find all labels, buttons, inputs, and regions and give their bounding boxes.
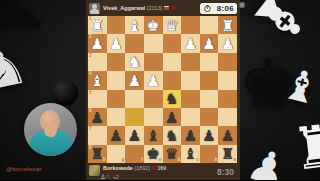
- white-rook-piece[interactable]: ♜: [221, 17, 234, 32]
- square-c3[interactable]: [181, 53, 200, 71]
- square-g2[interactable]: ♟: [107, 34, 126, 52]
- rank-label: 3: [89, 54, 92, 59]
- square-c2[interactable]: ♟: [181, 34, 200, 52]
- white-pawn-piece[interactable]: ♟: [128, 72, 141, 87]
- square-b7[interactable]: ♟: [200, 126, 219, 144]
- square-d2[interactable]: [163, 34, 182, 52]
- black-pawn-fallen-icon: ♟: [0, 0, 57, 52]
- square-f4[interactable]: ♟: [125, 71, 144, 89]
- square-b8[interactable]: b: [200, 145, 219, 163]
- square-g1[interactable]: [107, 16, 126, 34]
- chess-board[interactable]: 1♜♝♚♛♜2♟♟♟♟♟3♞4♝♟♟5♞6♟♟7♟♟♝♞♟♟♟8h♜gfe♚d♛…: [88, 16, 237, 163]
- square-e2[interactable]: [144, 34, 163, 52]
- white-rook-piece[interactable]: ♜: [91, 17, 104, 32]
- top-player-name[interactable]: Vivek_Aggarwal (2313): [103, 5, 176, 11]
- square-c5[interactable]: [181, 90, 200, 108]
- square-c8[interactable]: c♝: [181, 145, 200, 163]
- square-g6[interactable]: [107, 108, 126, 126]
- square-h5[interactable]: 5: [88, 90, 107, 108]
- square-a6[interactable]: [218, 108, 237, 126]
- square-a2[interactable]: ♟: [218, 34, 237, 52]
- white-pawn-piece[interactable]: ♟: [221, 36, 234, 51]
- square-d7[interactable]: ♞: [163, 126, 182, 144]
- square-e4[interactable]: ♟: [144, 71, 163, 89]
- square-c4[interactable]: [181, 71, 200, 89]
- square-d6[interactable]: ♟: [163, 108, 182, 126]
- black-bishop-piece[interactable]: ♝: [184, 146, 197, 161]
- square-b2[interactable]: ♟: [200, 34, 219, 52]
- square-h2[interactable]: 2♟: [88, 34, 107, 52]
- file-label: g: [122, 158, 125, 163]
- square-c7[interactable]: ♟: [181, 126, 200, 144]
- white-rook-icon: ♜: [289, 115, 320, 179]
- square-h7[interactable]: 7: [88, 126, 107, 144]
- square-a8[interactable]: a♜: [218, 145, 237, 163]
- bottom-player-badge-number: 169: [158, 165, 166, 171]
- square-e5[interactable]: [144, 90, 163, 108]
- square-a4[interactable]: [218, 71, 237, 89]
- flag-icon: [171, 6, 176, 10]
- square-f5[interactable]: [125, 90, 144, 108]
- bottom-player-clock: 8:30: [217, 167, 234, 177]
- white-pawn-icon: ♟: [242, 141, 293, 180]
- square-g4[interactable]: [107, 71, 126, 89]
- captured-pieces: ♙♘ +2: [100, 173, 119, 181]
- material-score: +2: [113, 174, 119, 180]
- square-f1[interactable]: ♝: [125, 16, 144, 34]
- white-pawn-piece[interactable]: ♟: [91, 36, 104, 51]
- chess-app-window: Vivek_Aggarwal (2313) 8:06 1♜♝♚♛♜2♟♟♟♟♟3…: [86, 0, 240, 180]
- black-pawn-piece[interactable]: ♟: [128, 127, 141, 142]
- black-knight-piece[interactable]: ♞: [165, 91, 178, 106]
- square-b1[interactable]: [200, 16, 219, 34]
- white-knight-icon: ♞: [0, 42, 32, 98]
- top-player-bar: Vivek_Aggarwal (2313) 8:06: [86, 0, 240, 16]
- square-g7[interactable]: ♟: [107, 126, 126, 144]
- square-b5[interactable]: [200, 90, 219, 108]
- square-d8[interactable]: d♛: [163, 145, 182, 163]
- top-player-rating: (2313): [147, 5, 163, 11]
- square-b6[interactable]: [200, 108, 219, 126]
- square-h6[interactable]: 6♟: [88, 108, 107, 126]
- square-f2[interactable]: [125, 34, 144, 52]
- square-f8[interactable]: f: [125, 145, 144, 163]
- white-bishop-icon: ♝: [277, 62, 320, 112]
- square-d3[interactable]: [163, 53, 182, 71]
- stream-frame: { "game": "chess", "site_style": "chess.…: [0, 0, 320, 180]
- white-pawn-piece[interactable]: ♟: [202, 36, 215, 51]
- black-rook-piece[interactable]: ♜: [91, 146, 104, 161]
- black-knight-piece[interactable]: ♞: [165, 127, 178, 142]
- gear-icon[interactable]: [239, 2, 245, 8]
- flag-icon: [164, 6, 169, 11]
- square-c6[interactable]: [181, 108, 200, 126]
- white-bishop-fallen-icon: ♝: [238, 0, 320, 58]
- black-king-piece[interactable]: ♚: [146, 146, 159, 161]
- square-h8[interactable]: 8h♜: [88, 145, 107, 163]
- square-h1[interactable]: 1♜: [88, 16, 107, 34]
- square-d1[interactable]: ♛: [163, 16, 182, 34]
- square-g5[interactable]: [107, 90, 126, 108]
- file-label: b: [215, 158, 218, 163]
- black-sphere-piece: [52, 80, 78, 106]
- rank-label: 7: [89, 127, 92, 132]
- white-king-piece[interactable]: ♚: [146, 17, 159, 32]
- streamer-webcam: [24, 103, 77, 156]
- white-pawn-piece[interactable]: ♟: [184, 36, 197, 51]
- bottom-player-rating: (1892): [134, 165, 150, 171]
- clock-icon: [204, 5, 211, 12]
- channel-watermark: @bortebotar: [6, 166, 42, 172]
- black-pawn-piece[interactable]: ♟: [184, 127, 197, 142]
- square-e6[interactable]: [144, 108, 163, 126]
- square-e3[interactable]: [144, 53, 163, 71]
- black-bishop-piece[interactable]: ♝: [146, 127, 159, 142]
- square-d4[interactable]: [163, 71, 182, 89]
- square-e8[interactable]: e♚: [144, 145, 163, 163]
- black-queen-piece[interactable]: ♛: [165, 146, 178, 161]
- black-pawn-piece[interactable]: ♟: [91, 109, 104, 124]
- white-bishop-piece[interactable]: ♝: [91, 72, 104, 87]
- white-knight-piece[interactable]: ♞: [128, 54, 141, 69]
- square-b4[interactable]: [200, 71, 219, 89]
- flag-icon: [152, 166, 157, 170]
- white-pawn-piece[interactable]: ♟: [146, 72, 159, 87]
- black-pawn-piece[interactable]: ♟: [202, 127, 215, 142]
- top-clock-time: 8:06: [217, 4, 234, 13]
- square-f6[interactable]: [125, 108, 144, 126]
- square-a5[interactable]: [218, 90, 237, 108]
- black-pawn-piece[interactable]: ♟: [109, 127, 122, 142]
- square-a3[interactable]: [218, 53, 237, 71]
- square-e1[interactable]: ♚: [144, 16, 163, 34]
- square-a7[interactable]: ♟: [218, 126, 237, 144]
- black-pawn-piece[interactable]: ♟: [165, 109, 178, 124]
- square-f3[interactable]: ♞: [125, 53, 144, 71]
- black-pawn-piece[interactable]: ♟: [221, 127, 234, 142]
- black-rook-piece[interactable]: ♜: [221, 146, 234, 161]
- bottom-player-name[interactable]: Borkowede (1892) 169: [103, 165, 166, 171]
- bottom-player-bar: Borkowede (1892) 169 ♙♘ +2 8:30: [86, 163, 240, 180]
- square-e7[interactable]: ♝: [144, 126, 163, 144]
- rank-label: 5: [89, 91, 92, 96]
- white-queen-piece[interactable]: ♛: [165, 17, 178, 32]
- captured-pieces-glyphs: ♙♘: [100, 173, 111, 181]
- white-bishop-piece[interactable]: ♝: [128, 17, 141, 32]
- square-b3[interactable]: [200, 53, 219, 71]
- top-player-clock: 8:06: [200, 3, 237, 14]
- file-label: f: [141, 158, 143, 163]
- square-a1[interactable]: ♜: [218, 16, 237, 34]
- square-c1[interactable]: [181, 16, 200, 34]
- white-pawn-piece[interactable]: ♟: [109, 36, 122, 51]
- bottom-player-avatar[interactable]: [89, 165, 100, 176]
- top-player-avatar[interactable]: [89, 3, 100, 14]
- square-h3[interactable]: 3: [88, 53, 107, 71]
- square-g8[interactable]: g: [107, 145, 126, 163]
- square-d5[interactable]: ♞: [163, 90, 182, 108]
- square-g3[interactable]: [107, 53, 126, 71]
- black-king-icon: ♚: [238, 50, 297, 116]
- square-f7[interactable]: ♟: [125, 126, 144, 144]
- square-h4[interactable]: 4♝: [88, 71, 107, 89]
